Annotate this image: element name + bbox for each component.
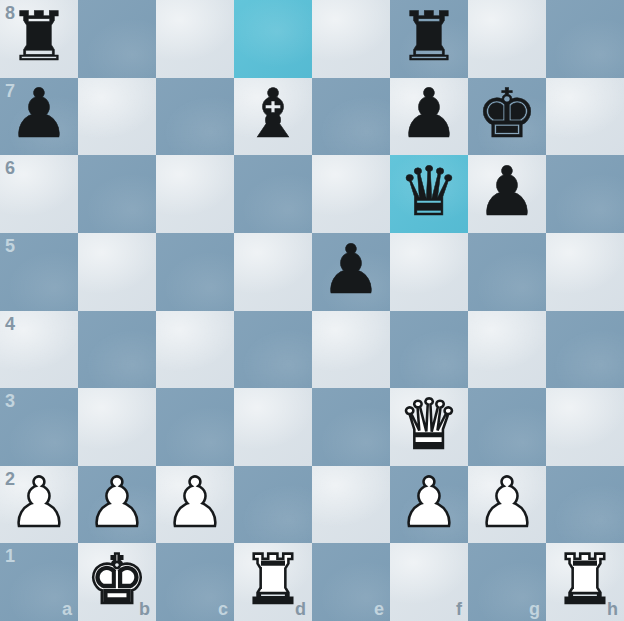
white-pawn[interactable]: ♟︎ [78,466,156,542]
square-f3[interactable]: ♛︎ [390,388,468,466]
square-g5[interactable] [468,233,546,311]
square-a4[interactable]: 4 [0,311,78,389]
white-pawn[interactable]: ♟︎ [156,466,234,542]
square-e3[interactable] [312,388,390,466]
file-label-f: f [456,600,462,618]
square-e5[interactable]: ♟︎ [312,233,390,311]
square-d6[interactable] [234,155,312,233]
square-g4[interactable] [468,311,546,389]
square-h6[interactable] [546,155,624,233]
square-f1[interactable]: f [390,543,468,621]
white-queen[interactable]: ♛︎ [390,388,468,464]
square-a6[interactable]: 6 [0,155,78,233]
square-f4[interactable] [390,311,468,389]
square-b8[interactable] [78,0,156,78]
square-d3[interactable] [234,388,312,466]
square-e7[interactable] [312,78,390,156]
square-d2[interactable] [234,466,312,544]
black-rook[interactable]: ♜︎ [390,0,468,76]
white-rook[interactable]: ♜︎ [234,543,312,619]
square-d5[interactable] [234,233,312,311]
square-g2[interactable]: ♟︎ [468,466,546,544]
white-rook[interactable]: ♜︎ [546,543,624,619]
square-d4[interactable] [234,311,312,389]
square-c3[interactable] [156,388,234,466]
chess-board: 8♜︎♜︎7♟︎♝︎♟︎♚︎6♛︎♟︎5♟︎43♛︎2♟︎♟︎♟︎♟︎♟︎1ab… [0,0,624,621]
square-a3[interactable]: 3 [0,388,78,466]
white-pawn[interactable]: ♟︎ [0,466,78,542]
black-pawn[interactable]: ♟︎ [0,78,78,154]
square-e1[interactable]: e [312,543,390,621]
square-g3[interactable] [468,388,546,466]
square-g7[interactable]: ♚︎ [468,78,546,156]
black-rook[interactable]: ♜︎ [0,0,78,76]
square-c1[interactable]: c [156,543,234,621]
square-b7[interactable] [78,78,156,156]
square-a5[interactable]: 5 [0,233,78,311]
file-label-g: g [529,600,540,618]
square-f7[interactable]: ♟︎ [390,78,468,156]
square-h5[interactable] [546,233,624,311]
square-h8[interactable] [546,0,624,78]
square-b1[interactable]: b♚︎ [78,543,156,621]
square-f2[interactable]: ♟︎ [390,466,468,544]
file-label-a: a [62,600,72,618]
square-c2[interactable]: ♟︎ [156,466,234,544]
square-a1[interactable]: 1a [0,543,78,621]
black-king[interactable]: ♚︎ [468,78,546,154]
square-d1[interactable]: d♜︎ [234,543,312,621]
square-h4[interactable] [546,311,624,389]
black-pawn[interactable]: ♟︎ [312,233,390,309]
square-h1[interactable]: h♜︎ [546,543,624,621]
rank-label-1: 1 [5,547,15,565]
square-h7[interactable] [546,78,624,156]
square-g6[interactable]: ♟︎ [468,155,546,233]
square-e6[interactable] [312,155,390,233]
white-pawn[interactable]: ♟︎ [390,466,468,542]
square-e2[interactable] [312,466,390,544]
square-g8[interactable] [468,0,546,78]
rank-label-5: 5 [5,237,15,255]
square-b3[interactable] [78,388,156,466]
square-c8[interactable] [156,0,234,78]
square-a8[interactable]: 8♜︎ [0,0,78,78]
square-f6[interactable]: ♛︎ [390,155,468,233]
square-f5[interactable] [390,233,468,311]
black-queen[interactable]: ♛︎ [390,155,468,231]
square-a7[interactable]: 7♟︎ [0,78,78,156]
file-label-e: e [374,600,384,618]
square-e4[interactable] [312,311,390,389]
square-c4[interactable] [156,311,234,389]
black-bishop[interactable]: ♝︎ [234,78,312,154]
square-d8[interactable] [234,0,312,78]
rank-label-3: 3 [5,392,15,410]
square-g1[interactable]: g [468,543,546,621]
black-pawn[interactable]: ♟︎ [390,78,468,154]
square-c6[interactable] [156,155,234,233]
square-b2[interactable]: ♟︎ [78,466,156,544]
square-e8[interactable] [312,0,390,78]
square-b5[interactable] [78,233,156,311]
square-f8[interactable]: ♜︎ [390,0,468,78]
square-c5[interactable] [156,233,234,311]
square-d7[interactable]: ♝︎ [234,78,312,156]
rank-label-4: 4 [5,315,15,333]
square-c7[interactable] [156,78,234,156]
square-b4[interactable] [78,311,156,389]
black-pawn[interactable]: ♟︎ [468,155,546,231]
square-h2[interactable] [546,466,624,544]
square-a2[interactable]: 2♟︎ [0,466,78,544]
square-b6[interactable] [78,155,156,233]
file-label-c: c [218,600,228,618]
rank-label-6: 6 [5,159,15,177]
white-king[interactable]: ♚︎ [78,543,156,619]
white-pawn[interactable]: ♟︎ [468,466,546,542]
square-h3[interactable] [546,388,624,466]
